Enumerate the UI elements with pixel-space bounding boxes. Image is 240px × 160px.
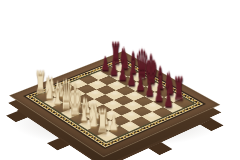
- red-pawn: ♟: [158, 90, 179, 109]
- white-rook: ♜: [93, 106, 113, 138]
- photo-background: ♜♞♝♛♚♝♞♜♟♟♟♟♟♟♟♟♟♟♟♟♟♟♟♟♜♞♝♛♚♝♞♜: [0, 0, 240, 160]
- board-frame: ♜♞♝♛♚♝♞♜♟♟♟♟♟♟♟♟♟♟♟♟♟♟♟♟♜♞♝♛♚♝♞♜: [9, 51, 220, 157]
- chess-board: ♜♞♝♛♚♝♞♜♟♟♟♟♟♟♟♟♟♟♟♟♟♟♟♟♜♞♝♛♚♝♞♜: [9, 51, 220, 157]
- chess-board-scene: ♜♞♝♛♚♝♞♜♟♟♟♟♟♟♟♟♟♟♟♟♟♟♟♟♜♞♝♛♚♝♞♜: [0, 0, 240, 160]
